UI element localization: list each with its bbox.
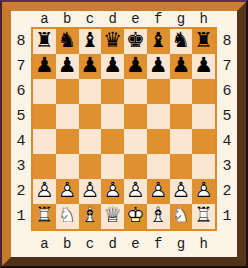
square-d3[interactable] [101,154,124,179]
square-g8[interactable]: ♞ [170,29,193,54]
chessboard-window: abcdefgh 87654321 ♜♞♝♛♚♝♞♜♟♟♟♟♟♟♟♟♟♙♟♙♟♙… [0,0,248,268]
piece-glyph: ♜ [35,30,54,51]
piece-black-pawn[interactable]: ♟ [101,54,124,79]
rank-label-8: 8 [11,29,31,54]
piece-black-pawn[interactable]: ♟ [33,54,56,79]
piece-black-king[interactable]: ♚ [124,29,147,54]
file-label-b: b [56,11,79,27]
square-d2[interactable]: ♟♙ [101,179,124,204]
piece-glyph: ♚ [126,30,145,51]
square-g7[interactable]: ♟ [170,54,193,79]
rank-label-3: 3 [217,154,237,179]
file-label-d: d [101,231,124,257]
piece-black-pawn[interactable]: ♟ [79,54,102,79]
file-label-c: c [79,11,102,27]
piece-black-queen[interactable]: ♛ [101,29,124,54]
piece-white-rook[interactable]: ♜♖ [33,204,56,229]
piece-white-pawn[interactable]: ♟♙ [101,179,124,204]
square-g4[interactable] [170,129,193,154]
piece-glyph-outline: ♙ [149,180,168,201]
square-b5[interactable] [56,104,79,129]
rank-label-7: 7 [217,54,237,79]
file-label-g: g [170,231,193,257]
square-g6[interactable] [170,79,193,104]
square-g2[interactable]: ♟♙ [170,179,193,204]
square-f3[interactable] [147,154,170,179]
piece-glyph: ♝ [149,30,168,51]
square-a8[interactable]: ♜ [33,29,56,54]
square-f5[interactable] [147,104,170,129]
square-c2[interactable]: ♟♙ [79,179,102,204]
piece-glyph-outline: ♖ [194,205,213,226]
file-labels-bottom: abcdefgh [31,231,217,257]
file-label-e: e [124,11,147,27]
piece-black-pawn[interactable]: ♟ [124,54,147,79]
file-label-c: c [79,231,102,257]
square-a5[interactable] [33,104,56,129]
piece-white-bishop[interactable]: ♝♗ [79,204,102,229]
piece-glyph: ♟ [35,55,54,76]
piece-glyph-outline: ♗ [149,205,168,226]
piece-white-pawn[interactable]: ♟♙ [33,179,56,204]
square-d4[interactable] [101,129,124,154]
piece-black-knight[interactable]: ♞ [170,29,193,54]
piece-white-rook[interactable]: ♜♖ [192,204,215,229]
square-h3[interactable] [192,154,215,179]
piece-black-bishop[interactable]: ♝ [79,29,102,54]
piece-white-pawn[interactable]: ♟♙ [147,179,170,204]
piece-white-knight[interactable]: ♞♘ [170,204,193,229]
file-label-b: b [56,231,79,257]
rank-label-8: 8 [217,29,237,54]
piece-glyph-outline: ♙ [35,180,54,201]
file-label-d: d [101,11,124,27]
piece-glyph: ♝ [80,30,99,51]
piece-black-pawn[interactable]: ♟ [56,54,79,79]
square-b3[interactable] [56,154,79,179]
square-f8[interactable]: ♝ [147,29,170,54]
rank-labels-right: 87654321 [217,27,237,231]
square-c3[interactable] [79,154,102,179]
square-h8[interactable]: ♜ [192,29,215,54]
square-b2[interactable]: ♟♙ [56,179,79,204]
piece-glyph: ♟ [194,55,213,76]
square-f2[interactable]: ♟♙ [147,179,170,204]
square-e4[interactable] [124,129,147,154]
piece-glyph-outline: ♙ [126,180,145,201]
square-b7[interactable]: ♟ [56,54,79,79]
piece-glyph: ♟ [171,55,190,76]
file-label-f: f [147,11,170,27]
piece-glyph-outline: ♗ [80,205,99,226]
piece-black-pawn[interactable]: ♟ [147,54,170,79]
square-h6[interactable] [192,79,215,104]
square-g5[interactable] [170,104,193,129]
piece-glyph-outline: ♘ [58,205,77,226]
rank-label-4: 4 [217,129,237,154]
piece-white-pawn[interactable]: ♟♙ [192,179,215,204]
piece-white-king[interactable]: ♚♔ [124,204,147,229]
file-label-a: a [33,231,56,257]
square-a4[interactable] [33,129,56,154]
piece-glyph: ♟ [80,55,99,76]
piece-glyph: ♛ [103,30,122,51]
rank-label-1: 1 [217,204,237,229]
piece-black-rook[interactable]: ♜ [192,29,215,54]
square-c8[interactable]: ♝ [79,29,102,54]
piece-glyph: ♟ [58,55,77,76]
rank-label-1: 1 [11,204,31,229]
rank-labels-left: 87654321 [11,27,31,231]
square-d5[interactable] [101,104,124,129]
square-e1[interactable]: ♚♔ [124,204,147,229]
piece-black-bishop[interactable]: ♝ [147,29,170,54]
piece-white-bishop[interactable]: ♝♗ [147,204,170,229]
square-c5[interactable] [79,104,102,129]
piece-glyph-outline: ♖ [35,205,54,226]
square-b6[interactable] [56,79,79,104]
file-label-g: g [170,11,193,27]
piece-glyph-outline: ♘ [171,205,190,226]
square-a1[interactable]: ♜♖ [33,204,56,229]
piece-glyph: ♟ [126,55,145,76]
square-c7[interactable]: ♟ [79,54,102,79]
square-h1[interactable]: ♜♖ [192,204,215,229]
square-c4[interactable] [79,129,102,154]
square-e6[interactable] [124,79,147,104]
square-h5[interactable] [192,104,215,129]
piece-glyph: ♞ [58,30,77,51]
piece-black-pawn[interactable]: ♟ [192,54,215,79]
piece-glyph-outline: ♙ [58,180,77,201]
rank-label-4: 4 [11,129,31,154]
piece-glyph-outline: ♙ [194,180,213,201]
square-a7[interactable]: ♟ [33,54,56,79]
piece-glyph-outline: ♙ [171,180,190,201]
piece-white-pawn[interactable]: ♟♙ [79,179,102,204]
rank-label-3: 3 [11,154,31,179]
file-label-e: e [124,231,147,257]
square-h2[interactable]: ♟♙ [192,179,215,204]
square-b8[interactable]: ♞ [56,29,79,54]
file-label-h: h [192,11,215,27]
square-e3[interactable] [124,154,147,179]
square-e2[interactable]: ♟♙ [124,179,147,204]
piece-glyph: ♜ [194,30,213,51]
rank-label-7: 7 [11,54,31,79]
square-d1[interactable]: ♛♕ [101,204,124,229]
piece-glyph: ♟ [103,55,122,76]
square-f7[interactable]: ♟ [147,54,170,79]
piece-glyph-outline: ♕ [103,205,122,226]
rank-label-5: 5 [11,104,31,129]
square-a6[interactable] [33,79,56,104]
square-f1[interactable]: ♝♗ [147,204,170,229]
square-d8[interactable]: ♛ [101,29,124,54]
square-a3[interactable] [33,154,56,179]
piece-glyph-outline: ♔ [126,205,145,226]
rank-label-6: 6 [11,79,31,104]
rank-label-2: 2 [11,179,31,204]
piece-white-knight[interactable]: ♞♘ [56,204,79,229]
square-b4[interactable] [56,129,79,154]
piece-glyph-outline: ♙ [103,180,122,201]
file-label-a: a [33,11,56,27]
square-c1[interactable]: ♝♗ [79,204,102,229]
square-g3[interactable] [170,154,193,179]
piece-glyph: ♟ [149,55,168,76]
square-e5[interactable] [124,104,147,129]
piece-black-pawn[interactable]: ♟ [170,54,193,79]
square-a2[interactable]: ♟♙ [33,179,56,204]
file-label-f: f [147,231,170,257]
file-label-h: h [192,231,215,257]
square-c6[interactable] [79,79,102,104]
piece-white-pawn[interactable]: ♟♙ [56,179,79,204]
chess-board: ♜♞♝♛♚♝♞♜♟♟♟♟♟♟♟♟♟♙♟♙♟♙♟♙♟♙♟♙♟♙♟♙♜♖♞♘♝♗♛♕… [31,27,217,231]
square-d6[interactable] [101,79,124,104]
square-g1[interactable]: ♞♘ [170,204,193,229]
square-b1[interactable]: ♞♘ [56,204,79,229]
square-h7[interactable]: ♟ [192,54,215,79]
piece-white-queen[interactable]: ♛♕ [101,204,124,229]
piece-black-rook[interactable]: ♜ [33,29,56,54]
piece-glyph-outline: ♙ [80,180,99,201]
rank-label-6: 6 [217,79,237,104]
square-e7[interactable]: ♟ [124,54,147,79]
rank-label-2: 2 [217,179,237,204]
piece-white-pawn[interactable]: ♟♙ [170,179,193,204]
square-e8[interactable]: ♚ [124,29,147,54]
square-f6[interactable] [147,79,170,104]
rank-label-5: 5 [217,104,237,129]
file-labels-top: abcdefgh [31,11,217,27]
board-frame: abcdefgh 87654321 ♜♞♝♛♚♝♞♜♟♟♟♟♟♟♟♟♟♙♟♙♟♙… [2,2,246,266]
piece-glyph: ♞ [171,30,190,51]
square-h4[interactable] [192,129,215,154]
piece-black-knight[interactable]: ♞ [56,29,79,54]
square-f4[interactable] [147,129,170,154]
piece-white-pawn[interactable]: ♟♙ [124,179,147,204]
square-d7[interactable]: ♟ [101,54,124,79]
